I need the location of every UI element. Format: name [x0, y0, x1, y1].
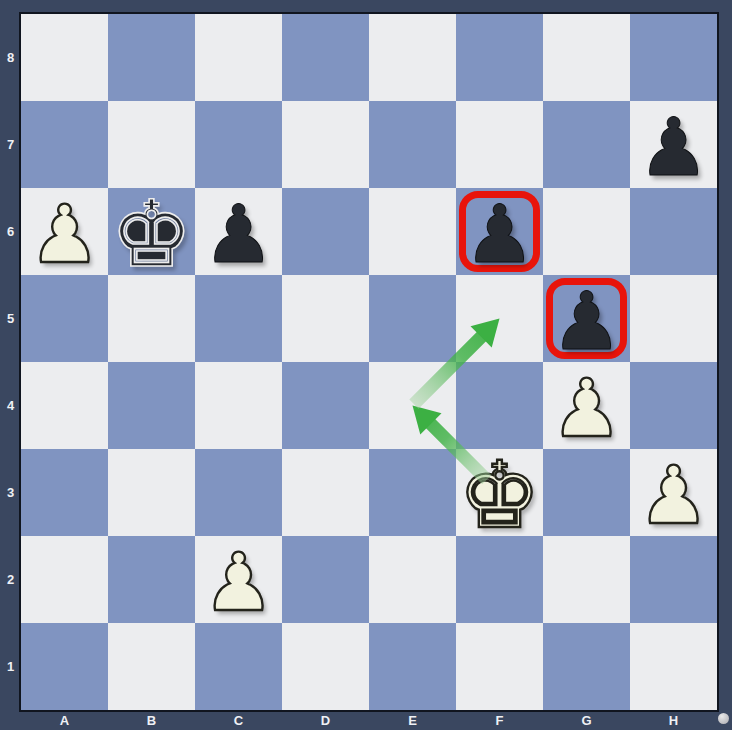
- white-pawn-g4[interactable]: ♟: [543, 365, 630, 452]
- file-label-e: E: [369, 710, 456, 730]
- white-pawn-a6[interactable]: ♟: [21, 191, 108, 278]
- file-label-f: F: [456, 710, 543, 730]
- file-label-h: H: [630, 710, 717, 730]
- file-label-c: C: [195, 710, 282, 730]
- white-king-f3[interactable]: ♚: [456, 452, 543, 539]
- rank-label-4: 4: [0, 362, 21, 449]
- rank-label-6: 6: [0, 188, 21, 275]
- black-king-b6[interactable]: ♚: [108, 191, 195, 278]
- file-label-a: A: [21, 710, 108, 730]
- white-pawn-h3[interactable]: ♟: [630, 452, 717, 539]
- rank-label-1: 1: [0, 623, 21, 710]
- resize-handle[interactable]: [718, 713, 729, 724]
- black-pawn-g5[interactable]: ♟: [543, 278, 630, 365]
- file-label-g: G: [543, 710, 630, 730]
- rank-label-5: 5: [0, 275, 21, 362]
- rank-label-7: 7: [0, 101, 21, 188]
- rank-label-8: 8: [0, 14, 21, 101]
- rank-label-3: 3: [0, 449, 21, 536]
- file-label-d: D: [282, 710, 369, 730]
- black-pawn-c6[interactable]: ♟: [195, 191, 282, 278]
- black-pawn-h7[interactable]: ♟: [630, 104, 717, 191]
- piece-layer: ♟♟♚♟♟♟♟♚♟♟: [21, 14, 717, 710]
- file-label-b: B: [108, 710, 195, 730]
- chess-app-frame: ♟♟♚♟♟♟♟♚♟♟ 87654321 ABCDEFGH: [0, 0, 732, 730]
- rank-label-2: 2: [0, 536, 21, 623]
- black-pawn-f6[interactable]: ♟: [456, 191, 543, 278]
- white-pawn-c2[interactable]: ♟: [195, 539, 282, 626]
